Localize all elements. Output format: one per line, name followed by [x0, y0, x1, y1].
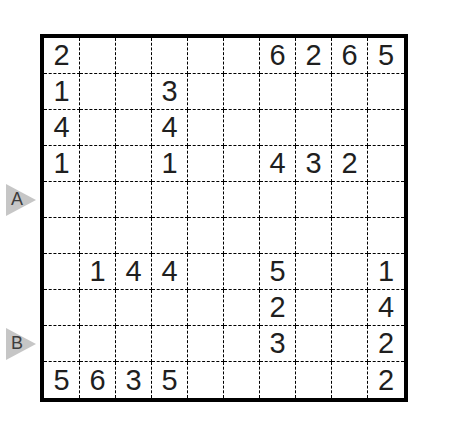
- cell-r6c1[interactable]: [44, 218, 80, 254]
- cell-r5c2[interactable]: [80, 182, 116, 218]
- cell-r8c10: 4: [368, 290, 404, 326]
- cell-r4c1: 1: [44, 146, 80, 182]
- cell-r2c5[interactable]: [188, 74, 224, 110]
- cell-r10c3: 3: [116, 362, 152, 398]
- cell-r5c7[interactable]: [260, 182, 296, 218]
- cell-r1c1: 2: [44, 38, 80, 74]
- cell-r2c6[interactable]: [224, 74, 260, 110]
- row-marker-b: B: [6, 328, 36, 360]
- cell-r2c10[interactable]: [368, 74, 404, 110]
- cell-r3c6[interactable]: [224, 110, 260, 146]
- cell-r10c10: 2: [368, 362, 404, 398]
- cell-r5c3[interactable]: [116, 182, 152, 218]
- cell-r1c10: 5: [368, 38, 404, 74]
- cell-r7c7: 5: [260, 254, 296, 290]
- cell-r6c2[interactable]: [80, 218, 116, 254]
- cell-r7c1[interactable]: [44, 254, 80, 290]
- cell-r10c2: 6: [80, 362, 116, 398]
- cell-r7c5[interactable]: [188, 254, 224, 290]
- cell-r9c7: 3: [260, 326, 296, 362]
- cell-r4c10[interactable]: [368, 146, 404, 182]
- cell-r5c10[interactable]: [368, 182, 404, 218]
- cell-r8c3[interactable]: [116, 290, 152, 326]
- cell-r10c5[interactable]: [188, 362, 224, 398]
- cell-r3c5[interactable]: [188, 110, 224, 146]
- cell-r1c3[interactable]: [116, 38, 152, 74]
- cell-r6c3[interactable]: [116, 218, 152, 254]
- cell-r7c9[interactable]: [332, 254, 368, 290]
- cell-r3c9[interactable]: [332, 110, 368, 146]
- cell-r4c6[interactable]: [224, 146, 260, 182]
- cell-r10c6[interactable]: [224, 362, 260, 398]
- cell-r8c1[interactable]: [44, 290, 80, 326]
- cell-r4c9: 2: [332, 146, 368, 182]
- cell-r5c5[interactable]: [188, 182, 224, 218]
- cell-r1c2[interactable]: [80, 38, 116, 74]
- cell-r5c8[interactable]: [296, 182, 332, 218]
- cell-r6c5[interactable]: [188, 218, 224, 254]
- cell-r1c8: 2: [296, 38, 332, 74]
- cell-r3c7[interactable]: [260, 110, 296, 146]
- cell-r3c1: 4: [44, 110, 80, 146]
- row-marker-a-label: A: [8, 189, 26, 210]
- cell-r2c9[interactable]: [332, 74, 368, 110]
- cell-r3c10[interactable]: [368, 110, 404, 146]
- cell-r9c9[interactable]: [332, 326, 368, 362]
- cell-r5c6[interactable]: [224, 182, 260, 218]
- cell-r9c10: 2: [368, 326, 404, 362]
- cell-r2c8[interactable]: [296, 74, 332, 110]
- cell-r4c4: 1: [152, 146, 188, 182]
- cell-r2c2[interactable]: [80, 74, 116, 110]
- cell-r8c9[interactable]: [332, 290, 368, 326]
- cell-r8c6[interactable]: [224, 290, 260, 326]
- cell-r7c4: 4: [152, 254, 188, 290]
- cell-r9c6[interactable]: [224, 326, 260, 362]
- cell-r8c2[interactable]: [80, 290, 116, 326]
- cell-r8c5[interactable]: [188, 290, 224, 326]
- cell-r10c7[interactable]: [260, 362, 296, 398]
- cell-r9c5[interactable]: [188, 326, 224, 362]
- cell-r9c3[interactable]: [116, 326, 152, 362]
- cell-r7c2: 1: [80, 254, 116, 290]
- cell-r9c2[interactable]: [80, 326, 116, 362]
- cell-r2c4: 3: [152, 74, 188, 110]
- cell-r5c1[interactable]: [44, 182, 80, 218]
- cell-r6c4[interactable]: [152, 218, 188, 254]
- cell-r2c3[interactable]: [116, 74, 152, 110]
- cell-r9c4[interactable]: [152, 326, 188, 362]
- cell-r3c4: 4: [152, 110, 188, 146]
- row-marker-a: A: [6, 184, 36, 216]
- cell-r7c3: 4: [116, 254, 152, 290]
- puzzle-canvas: A B 2626513441143214451243256352: [0, 0, 449, 438]
- cell-r10c8[interactable]: [296, 362, 332, 398]
- cell-r1c6[interactable]: [224, 38, 260, 74]
- cell-r1c7: 6: [260, 38, 296, 74]
- cell-r4c2[interactable]: [80, 146, 116, 182]
- cell-r4c3[interactable]: [116, 146, 152, 182]
- cell-r1c4[interactable]: [152, 38, 188, 74]
- cell-r5c9[interactable]: [332, 182, 368, 218]
- cell-r6c8[interactable]: [296, 218, 332, 254]
- cell-r9c8[interactable]: [296, 326, 332, 362]
- cell-r7c8[interactable]: [296, 254, 332, 290]
- cell-r10c1: 5: [44, 362, 80, 398]
- cell-r7c10: 1: [368, 254, 404, 290]
- cell-r3c8[interactable]: [296, 110, 332, 146]
- cell-r10c9[interactable]: [332, 362, 368, 398]
- cell-r2c7[interactable]: [260, 74, 296, 110]
- cell-r5c4[interactable]: [152, 182, 188, 218]
- cell-r8c8[interactable]: [296, 290, 332, 326]
- cell-r1c9: 6: [332, 38, 368, 74]
- cell-r4c8: 3: [296, 146, 332, 182]
- cell-r6c10[interactable]: [368, 218, 404, 254]
- row-marker-b-label: B: [8, 333, 26, 354]
- cell-r4c5[interactable]: [188, 146, 224, 182]
- cell-r8c4[interactable]: [152, 290, 188, 326]
- cell-r10c4: 5: [152, 362, 188, 398]
- cell-r3c2[interactable]: [80, 110, 116, 146]
- cell-r3c3[interactable]: [116, 110, 152, 146]
- cell-r6c6[interactable]: [224, 218, 260, 254]
- cell-r6c9[interactable]: [332, 218, 368, 254]
- puzzle-board: 2626513441143214451243256352: [40, 34, 408, 402]
- cell-r9c1[interactable]: [44, 326, 80, 362]
- cell-r7c6[interactable]: [224, 254, 260, 290]
- cell-r6c7[interactable]: [260, 218, 296, 254]
- cell-r8c7: 2: [260, 290, 296, 326]
- cell-r1c5[interactable]: [188, 38, 224, 74]
- cell-r4c7: 4: [260, 146, 296, 182]
- cell-r2c1: 1: [44, 74, 80, 110]
